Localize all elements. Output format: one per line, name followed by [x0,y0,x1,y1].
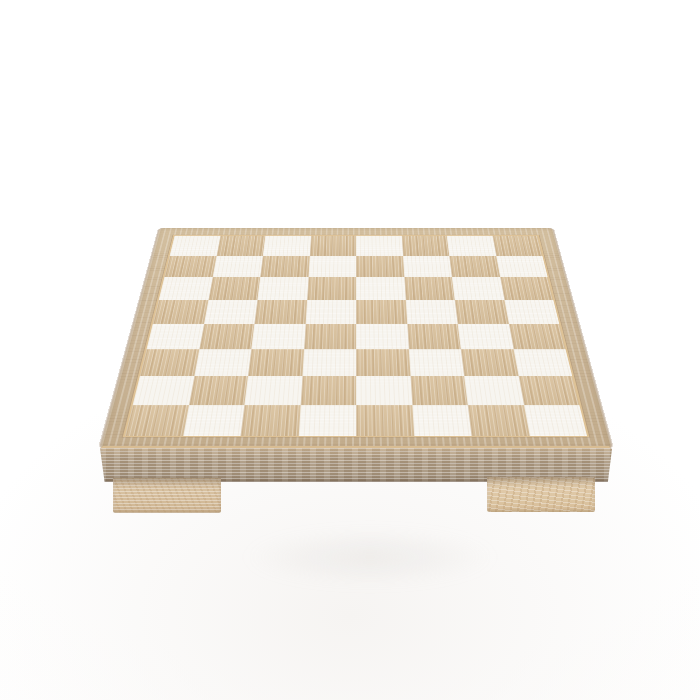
square-d7[interactable] [308,256,356,277]
board-grid [125,236,587,436]
square-g1[interactable] [468,405,530,436]
board-foot-right [487,477,595,512]
square-a8[interactable] [170,236,220,256]
square-h2[interactable] [518,376,579,405]
square-a6[interactable] [159,277,213,300]
square-c4[interactable] [251,324,305,349]
square-a7[interactable] [164,256,216,277]
square-h6[interactable] [500,277,554,300]
square-b5[interactable] [204,300,258,324]
square-g8[interactable] [447,236,496,256]
square-b2[interactable] [188,376,247,405]
checkerboard [100,228,612,448]
square-c3[interactable] [248,349,304,376]
square-h1[interactable] [524,405,587,436]
square-g4[interactable] [458,324,514,349]
square-h4[interactable] [508,324,565,349]
square-h5[interactable] [504,300,559,324]
square-a3[interactable] [140,349,199,376]
square-d2[interactable] [300,376,356,405]
square-c8[interactable] [263,236,311,256]
square-d6[interactable] [307,277,356,300]
square-d3[interactable] [302,349,356,376]
square-f5[interactable] [405,300,457,324]
square-b6[interactable] [208,277,260,300]
square-d4[interactable] [304,324,356,349]
square-g6[interactable] [452,277,504,300]
square-e2[interactable] [356,376,412,405]
square-f4[interactable] [407,324,461,349]
square-e4[interactable] [356,324,408,349]
square-d1[interactable] [298,405,356,436]
square-e5[interactable] [356,300,407,324]
square-g2[interactable] [464,376,523,405]
square-d8[interactable] [309,236,356,256]
square-c1[interactable] [241,405,301,436]
board-foot-left [113,478,221,513]
square-f7[interactable] [403,256,452,277]
square-c5[interactable] [254,300,306,324]
square-e8[interactable] [356,236,403,256]
square-b3[interactable] [194,349,251,376]
ground-shadow [190,525,550,605]
square-a1[interactable] [125,405,188,436]
square-e6[interactable] [356,277,405,300]
square-h7[interactable] [496,256,548,277]
square-f6[interactable] [404,277,455,300]
square-g3[interactable] [461,349,518,376]
square-b7[interactable] [212,256,263,277]
square-e7[interactable] [356,256,404,277]
square-d5[interactable] [305,300,356,324]
square-g7[interactable] [449,256,500,277]
square-b8[interactable] [216,236,265,256]
product-photo-scene [0,0,700,700]
square-f2[interactable] [410,376,468,405]
square-b1[interactable] [183,405,245,436]
square-f3[interactable] [408,349,464,376]
square-f1[interactable] [412,405,472,436]
square-e1[interactable] [356,405,414,436]
square-b4[interactable] [199,324,255,349]
square-c2[interactable] [244,376,302,405]
square-h8[interactable] [492,236,542,256]
square-c7[interactable] [260,256,309,277]
square-h3[interactable] [513,349,572,376]
square-e3[interactable] [356,349,410,376]
square-a2[interactable] [133,376,194,405]
square-a5[interactable] [153,300,208,324]
square-c6[interactable] [257,277,308,300]
square-a4[interactable] [147,324,204,349]
square-f8[interactable] [401,236,449,256]
square-g5[interactable] [455,300,509,324]
